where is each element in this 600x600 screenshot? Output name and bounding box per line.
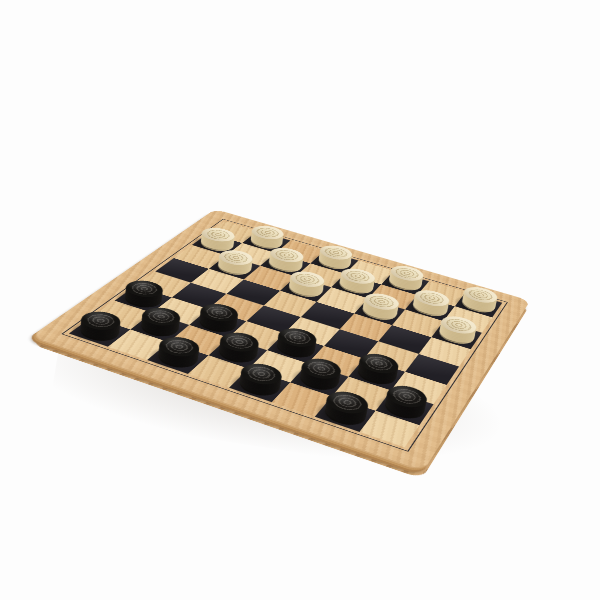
square-h1[interactable]: ⛀ — [454, 292, 502, 317]
black-piece[interactable]: ⛂ — [234, 371, 286, 400]
perspective-container: ⛀⛀⛀⛀⛀⛀⛀⛀⛀⛀⛀⛀⛂⛂⛂⛂⛂⛂⛂⛂⛂⛂⛂⛂ — [0, 0, 600, 600]
board-frame-line: ⛀⛀⛀⛀⛀⛀⛀⛀⛀⛀⛀⛀⛂⛂⛂⛂⛂⛂⛂⛂⛂⛂⛂⛂ — [61, 219, 508, 452]
square-h3[interactable]: ⛀ — [431, 321, 482, 349]
checkers-board: ⛀⛀⛀⛀⛀⛀⛀⛀⛀⛀⛀⛀⛂⛂⛂⛂⛂⛂⛂⛂⛂⛂⛂⛂ — [31, 209, 530, 471]
white-piece[interactable]: ⛀ — [358, 300, 402, 323]
photo-scene: ⛀⛀⛀⛀⛀⛀⛀⛀⛀⛀⛀⛀⛂⛂⛂⛂⛂⛂⛂⛂⛂⛂⛂⛂ — [0, 0, 600, 600]
square-c8[interactable]: ⛂ — [147, 342, 208, 374]
white-piece[interactable]: ⛀ — [435, 323, 478, 347]
board-grid: ⛀⛀⛀⛀⛀⛀⛀⛀⛀⛀⛀⛀⛂⛂⛂⛂⛂⛂⛂⛂⛂⛂⛂⛂ — [69, 221, 502, 447]
black-piece[interactable]: ⛂ — [152, 344, 204, 371]
square-h7[interactable]: ⛂ — [375, 390, 433, 425]
